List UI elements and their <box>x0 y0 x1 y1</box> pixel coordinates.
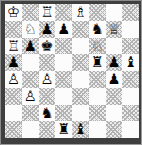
chess-board: ♔♖♗♘♟♟♞♕♖♟♚♘♟♜♟♝♙♙♟♙♞♜♝ <box>5 4 139 138</box>
square-c6[interactable]: ♚ <box>39 38 56 55</box>
piece-black-pawn: ♟ <box>107 71 120 88</box>
square-d1[interactable]: ♜ <box>55 121 72 138</box>
square-d2[interactable] <box>55 105 72 122</box>
square-f7[interactable]: ♞ <box>89 21 106 38</box>
square-b8[interactable] <box>22 4 39 21</box>
square-g3[interactable] <box>106 88 123 105</box>
square-h3[interactable] <box>122 88 139 105</box>
square-h4[interactable] <box>122 71 139 88</box>
piece-black-knight: ♞ <box>91 21 104 38</box>
square-e8[interactable]: ♗ <box>72 4 89 21</box>
square-b7[interactable]: ♘ <box>22 21 39 38</box>
square-a4[interactable]: ♙ <box>5 71 22 88</box>
piece-black-king: ♚ <box>40 38 53 55</box>
piece-white-pawn: ♙ <box>24 88 37 105</box>
square-a5[interactable]: ♟ <box>5 54 22 71</box>
square-d3[interactable] <box>55 88 72 105</box>
piece-white-bishop: ♗ <box>74 4 87 21</box>
piece-white-rook: ♖ <box>7 38 20 55</box>
square-c2[interactable]: ♞ <box>39 105 56 122</box>
square-f6[interactable]: ♘ <box>89 38 106 55</box>
piece-white-pawn: ♙ <box>40 71 53 88</box>
piece-black-pawn: ♟ <box>57 21 70 38</box>
square-c7[interactable]: ♟ <box>39 21 56 38</box>
square-d8[interactable] <box>55 4 72 21</box>
square-d5[interactable] <box>55 54 72 71</box>
square-g5[interactable]: ♟ <box>106 54 123 71</box>
piece-black-pawn: ♟ <box>40 21 53 38</box>
square-b5[interactable] <box>22 54 39 71</box>
square-e7[interactable] <box>72 21 89 38</box>
square-c8[interactable]: ♖ <box>39 4 56 21</box>
square-h7[interactable] <box>122 21 139 38</box>
square-a2[interactable] <box>5 105 22 122</box>
piece-black-bishop: ♝ <box>124 54 137 71</box>
piece-black-bishop: ♝ <box>74 121 87 138</box>
square-a1[interactable] <box>5 121 22 138</box>
square-d4[interactable] <box>55 71 72 88</box>
square-f1[interactable] <box>89 121 106 138</box>
square-g1[interactable] <box>106 121 123 138</box>
piece-white-knight: ♘ <box>24 21 37 38</box>
square-h2[interactable] <box>122 105 139 122</box>
square-a6[interactable]: ♖ <box>5 38 22 55</box>
square-c3[interactable] <box>39 88 56 105</box>
square-h6[interactable] <box>122 38 139 55</box>
square-h1[interactable] <box>122 121 139 138</box>
piece-white-pawn: ♙ <box>7 71 20 88</box>
piece-black-rook: ♜ <box>57 121 70 138</box>
piece-black-knight: ♞ <box>40 105 53 122</box>
square-c1[interactable] <box>39 121 56 138</box>
square-b3[interactable]: ♙ <box>22 88 39 105</box>
square-d6[interactable] <box>55 38 72 55</box>
piece-white-rook: ♖ <box>40 4 53 21</box>
square-f4[interactable] <box>89 71 106 88</box>
square-e4[interactable] <box>72 71 89 88</box>
square-a7[interactable] <box>5 21 22 38</box>
square-h5[interactable]: ♝ <box>122 54 139 71</box>
square-e6[interactable] <box>72 38 89 55</box>
square-e2[interactable] <box>72 105 89 122</box>
square-c5[interactable] <box>39 54 56 71</box>
piece-white-king: ♔ <box>7 4 20 21</box>
piece-black-pawn: ♟ <box>24 38 37 55</box>
square-b6[interactable]: ♟ <box>22 38 39 55</box>
square-e5[interactable] <box>72 54 89 71</box>
square-b2[interactable] <box>22 105 39 122</box>
square-f2[interactable] <box>89 105 106 122</box>
square-f3[interactable] <box>89 88 106 105</box>
piece-black-rook: ♜ <box>91 54 104 71</box>
square-c4[interactable]: ♙ <box>39 71 56 88</box>
square-d7[interactable]: ♟ <box>55 21 72 38</box>
square-a3[interactable] <box>5 88 22 105</box>
piece-black-pawn: ♟ <box>107 54 120 71</box>
square-h8[interactable] <box>122 4 139 21</box>
square-f8[interactable] <box>89 4 106 21</box>
square-g7[interactable]: ♕ <box>106 21 123 38</box>
square-b1[interactable] <box>22 121 39 138</box>
square-g2[interactable] <box>106 105 123 122</box>
square-g8[interactable] <box>106 4 123 21</box>
square-g6[interactable] <box>106 38 123 55</box>
square-b4[interactable] <box>22 71 39 88</box>
piece-white-queen: ♕ <box>107 21 120 38</box>
square-e1[interactable]: ♝ <box>72 121 89 138</box>
chess-board-frame: ♔♖♗♘♟♟♞♕♖♟♚♘♟♜♟♝♙♙♟♙♞♜♝ <box>0 0 142 145</box>
square-f5[interactable]: ♜ <box>89 54 106 71</box>
square-e3[interactable] <box>72 88 89 105</box>
piece-white-knight: ♘ <box>91 38 104 55</box>
piece-black-pawn: ♟ <box>7 54 20 71</box>
square-a8[interactable]: ♔ <box>5 4 22 21</box>
square-g4[interactable]: ♟ <box>106 71 123 88</box>
